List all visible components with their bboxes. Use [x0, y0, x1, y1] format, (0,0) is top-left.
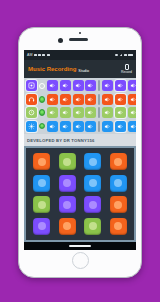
pad-cell-blue[interactable]	[33, 175, 50, 192]
speaker-button[interactable]	[60, 107, 71, 118]
app-screen: AM Music Recording Studio Record DEVELOP…	[24, 50, 136, 250]
speaker-icon	[117, 123, 124, 130]
status-icon	[38, 54, 41, 57]
front-camera-icon	[58, 38, 63, 43]
pad-highlight-dot	[114, 222, 122, 230]
group-divider	[98, 121, 100, 132]
group-divider	[98, 107, 100, 118]
pad-cell-purple[interactable]	[84, 196, 101, 213]
speaker-icon	[130, 123, 136, 130]
channel-radio-settings[interactable]	[39, 123, 46, 130]
speaker-button[interactable]	[102, 121, 113, 132]
status-icon	[42, 54, 45, 57]
pad-cell-orange[interactable]	[110, 196, 127, 213]
app-title: Music Recording	[28, 66, 76, 72]
pad-highlight-dot	[38, 179, 46, 187]
speaker-icon	[104, 123, 111, 130]
pad-cell-blue[interactable]	[110, 175, 127, 192]
speaker-button[interactable]	[60, 94, 71, 105]
speaker-button[interactable]	[128, 107, 136, 118]
developer-credit-bar: DEVELOPED BY DR TONNY156	[24, 134, 136, 146]
pad-cell-orange[interactable]	[59, 218, 76, 235]
clock-icon	[28, 109, 35, 116]
pad-cell-orange[interactable]	[33, 153, 50, 170]
headphones-icon	[28, 96, 35, 103]
battery-icon	[128, 54, 133, 57]
speaker-button[interactable]	[73, 80, 84, 91]
pad-highlight-dot	[89, 158, 97, 166]
speaker-icon	[75, 96, 82, 103]
speaker-button[interactable]	[128, 121, 136, 132]
speaker-icon	[117, 82, 124, 89]
speaker-icon	[117, 96, 124, 103]
app-title-bar: Music Recording Studio Record	[24, 60, 136, 78]
speaker-icon	[62, 109, 69, 116]
speaker-icon	[87, 82, 94, 89]
pad-cell-blue[interactable]	[84, 153, 101, 170]
pad-highlight-dot	[38, 222, 46, 230]
app-subtitle: Studio	[78, 69, 89, 73]
pad-highlight-dot	[38, 201, 46, 209]
status-bar-text: AM	[27, 53, 32, 57]
speaker-button[interactable]	[85, 80, 96, 91]
speaker-icon	[130, 109, 136, 116]
mixer-row-timer	[26, 107, 134, 118]
pad-highlight-dot	[63, 158, 71, 166]
mic-icon	[125, 64, 129, 70]
pad-cell-green[interactable]	[84, 218, 101, 235]
speaker-icon	[49, 109, 56, 116]
channel-radio-headphones[interactable]	[39, 96, 46, 103]
speaker-icon	[75, 109, 82, 116]
status-bar: AM	[24, 50, 136, 60]
status-bar-left: AM	[27, 53, 50, 57]
signal-icon	[119, 54, 122, 57]
pad-highlight-dot	[114, 158, 122, 166]
speaker-icon	[49, 123, 56, 130]
pad-cell-green[interactable]	[33, 196, 50, 213]
speaker-icon	[87, 109, 94, 116]
speaker-icon	[87, 123, 94, 130]
speaker-button[interactable]	[128, 94, 136, 105]
wifi-icon	[124, 54, 127, 57]
channel-settings-button[interactable]	[26, 121, 37, 132]
sensor-dot-icon	[79, 32, 81, 34]
pad-cell-purple[interactable]	[33, 218, 50, 235]
developer-credit-text: DEVELOPED BY DR TONNY156	[27, 138, 94, 143]
mixer-row-headphones	[26, 94, 134, 105]
speaker-icon	[75, 123, 82, 130]
channel-radio-timer[interactable]	[39, 109, 46, 116]
mixer-row-settings	[26, 121, 134, 132]
speaker-button[interactable]	[102, 107, 113, 118]
channel-timer-button[interactable]	[26, 107, 37, 118]
clock-icon	[115, 54, 118, 57]
record-button-label: Record	[121, 70, 132, 74]
mixer-row-pads	[26, 80, 134, 91]
speaker-icon	[62, 123, 69, 130]
speaker-button[interactable]	[85, 107, 96, 118]
green-accent-square	[5, 5, 20, 20]
group-divider	[98, 94, 100, 105]
pad-highlight-dot	[63, 201, 71, 209]
speaker-button[interactable]	[73, 94, 84, 105]
pad-cell-orange[interactable]	[110, 153, 127, 170]
purple-backdrop: { "game": "music-pad-soundboard", "posit…	[0, 0, 160, 302]
status-icon	[34, 54, 37, 57]
speaker-icon	[62, 96, 69, 103]
speaker-icon	[49, 96, 56, 103]
speaker-button[interactable]	[128, 80, 136, 91]
home-indicator[interactable]	[69, 245, 91, 247]
navigation-bar	[24, 242, 136, 250]
home-button	[72, 252, 89, 269]
pad-highlight-dot	[114, 179, 122, 187]
pad-grid	[24, 146, 136, 242]
speaker-icon	[104, 82, 111, 89]
pad-highlight-dot	[114, 201, 122, 209]
pad-highlight-dot	[38, 158, 46, 166]
speaker-button[interactable]	[47, 94, 58, 105]
speaker-button[interactable]	[73, 107, 84, 118]
speaker-button[interactable]	[73, 121, 84, 132]
status-icon	[47, 54, 50, 57]
status-bar-right	[115, 54, 133, 57]
group-divider	[98, 80, 100, 91]
channel-radio-pads[interactable]	[39, 83, 46, 90]
speaker-icon	[117, 109, 124, 116]
speaker-button[interactable]	[47, 80, 58, 91]
speaker-button[interactable]	[115, 80, 126, 91]
speaker-button[interactable]	[115, 121, 126, 132]
pad-highlight-dot	[89, 201, 97, 209]
record-button[interactable]: Record	[121, 64, 132, 74]
speaker-icon	[62, 82, 69, 89]
phone-mockup: AM Music Recording Studio Record DEVELOP…	[18, 27, 142, 278]
pad-cell-purple[interactable]	[59, 196, 76, 213]
pad-highlight-dot	[63, 179, 71, 187]
mixer-rows	[24, 78, 136, 134]
channel-headphones-button[interactable]	[26, 94, 37, 105]
channel-pads-button[interactable]	[26, 80, 37, 91]
speaker-button[interactable]	[85, 94, 96, 105]
speaker-button[interactable]	[102, 94, 113, 105]
speaker-icon	[130, 96, 136, 103]
speaker-button[interactable]	[115, 107, 126, 118]
speaker-icon	[130, 82, 136, 89]
pad-highlight-dot	[89, 179, 97, 187]
speaker-icon	[87, 96, 94, 103]
speaker-button[interactable]	[47, 121, 58, 132]
speaker-button[interactable]	[85, 121, 96, 132]
speaker-button[interactable]	[60, 121, 71, 132]
speaker-button[interactable]	[60, 80, 71, 91]
speaker-icon	[75, 82, 82, 89]
speaker-icon	[104, 96, 111, 103]
drum-pad-icon	[28, 82, 35, 89]
pad-cell-blue[interactable]	[84, 175, 101, 192]
pad-cell-green[interactable]	[59, 153, 76, 170]
pad-highlight-dot	[63, 222, 71, 230]
speaker-button[interactable]	[47, 107, 58, 118]
speaker-icon	[49, 82, 56, 89]
speaker-button[interactable]	[115, 94, 126, 105]
pad-cell-orange[interactable]	[110, 218, 127, 235]
pad-cell-purple[interactable]	[59, 175, 76, 192]
earpiece-speaker	[69, 38, 88, 42]
gear-icon	[28, 123, 35, 130]
speaker-icon	[104, 109, 111, 116]
speaker-button[interactable]	[102, 80, 113, 91]
pad-highlight-dot	[89, 222, 97, 230]
